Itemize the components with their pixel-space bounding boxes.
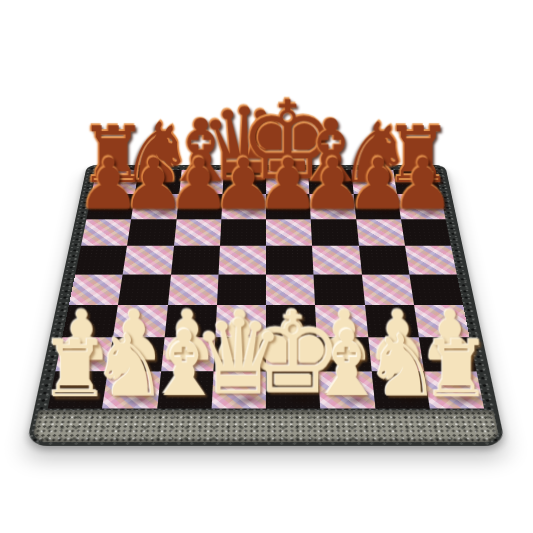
- square-h5: [405, 246, 457, 274]
- square-d6: [220, 219, 266, 246]
- square-c6: [173, 219, 221, 246]
- square-h1: ♜: [424, 372, 484, 409]
- board-frame: ♜♞♝♛♚♝♞♜♟♟♟♟♟♟♟♟♟♟♟♟♟♟♟♟♜♞♝♛♚♝♞♜: [26, 165, 506, 446]
- square-a6: [81, 219, 131, 246]
- square-b6: [127, 219, 176, 246]
- square-a5: [75, 246, 127, 274]
- board-front-edge: [32, 410, 501, 442]
- square-e6: [266, 219, 312, 246]
- piece-white-queen: ♛: [192, 308, 285, 407]
- board-scene: ♜♞♝♛♚♝♞♜♟♟♟♟♟♟♟♟♟♟♟♟♟♟♟♟♜♞♝♛♚♝♞♜: [0, 0, 533, 533]
- board-grid: ♜♞♝♛♚♝♞♜♟♟♟♟♟♟♟♟♟♟♟♟♟♟♟♟♜♞♝♛♚♝♞♜: [48, 170, 484, 409]
- square-f6: [311, 219, 359, 246]
- square-a1: ♜: [48, 372, 108, 409]
- square-g6: [356, 219, 405, 246]
- square-e5: [266, 246, 314, 274]
- piece-white-rook: ♜: [421, 332, 492, 407]
- chess-board: ♜♞♝♛♚♝♞♜♟♟♟♟♟♟♟♟♟♟♟♟♟♟♟♟♜♞♝♛♚♝♞♜: [26, 165, 506, 446]
- piece-black-pawn: ♟: [391, 151, 454, 218]
- piece-white-rook: ♜: [40, 332, 111, 407]
- square-g5: [359, 246, 410, 274]
- square-h7: ♟: [397, 194, 446, 219]
- square-d5: [218, 246, 266, 274]
- square-h6: [401, 219, 451, 246]
- chess-set-photo: ♜♞♝♛♚♝♞♜♟♟♟♟♟♟♟♟♟♟♟♟♟♟♟♟♜♞♝♛♚♝♞♜: [0, 0, 533, 533]
- square-b5: [123, 246, 174, 274]
- square-b1: ♞: [102, 372, 160, 409]
- square-c5: [171, 246, 220, 274]
- square-d1: ♛: [211, 372, 266, 409]
- square-f5: [312, 246, 361, 274]
